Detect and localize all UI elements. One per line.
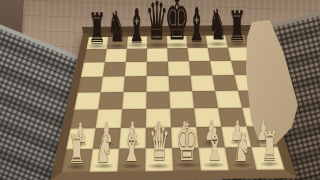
pieces-layer: ♜♞♝♛♚♝♞♜♟♟♟♟♟♟♟♟♜♞♝♛♚♝♞♜ [0,0,320,180]
piece-white-king-e1[interactable]: ♚ [174,116,200,169]
piece-black-rook-a8[interactable]: ♜ [87,8,107,49]
piece-white-bishop-c1[interactable]: ♝ [121,124,142,168]
piece-black-bishop-f8[interactable]: ♝ [186,2,208,48]
piece-white-rook-h1[interactable]: ♜ [260,127,279,167]
piece-white-knight-b1[interactable]: ♞ [94,128,114,169]
piece-black-rook-h8[interactable]: ♜ [228,6,248,47]
piece-white-bishop-f1[interactable]: ♝ [204,123,225,167]
chess-photo-scene: ♜♞♝♛♚♝♞♜♟♟♟♟♟♟♟♟♜♞♝♛♚♝♞♜ [0,0,320,180]
piece-black-knight-g8[interactable]: ♞ [207,5,227,47]
piece-black-knight-b8[interactable]: ♞ [107,6,127,48]
piece-white-rook-a1[interactable]: ♜ [67,130,86,170]
piece-white-knight-g1[interactable]: ♞ [232,126,252,167]
piece-white-queen-d1[interactable]: ♛ [147,119,171,168]
